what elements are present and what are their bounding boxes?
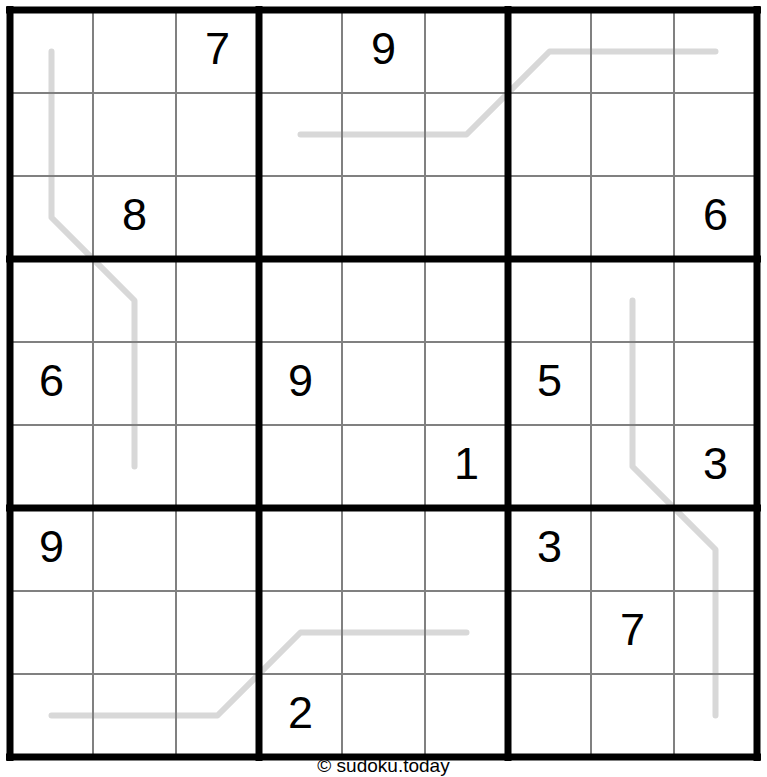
cell-r4c5[interactable]: [342, 259, 425, 342]
cell-r4c2[interactable]: [93, 259, 176, 342]
cell-r1c2[interactable]: [93, 10, 176, 93]
cell-r4c3[interactable]: [176, 259, 259, 342]
copyright-footer: © sudoku.today: [0, 755, 767, 777]
cell-r5c8[interactable]: [591, 342, 674, 425]
cell-r9c7[interactable]: [508, 674, 591, 757]
cell-r9c6[interactable]: [425, 674, 508, 757]
cell-r7c8[interactable]: [591, 508, 674, 591]
cell-r6c5[interactable]: [342, 425, 425, 508]
cell-r9c1[interactable]: [10, 674, 93, 757]
cell-r7c6[interactable]: [425, 508, 508, 591]
sudoku-board: 7986695139372: [0, 0, 767, 762]
cell-r3c4[interactable]: [259, 176, 342, 259]
given-digit: 6: [39, 358, 64, 403]
cell-r9c5[interactable]: [342, 674, 425, 757]
given-digit: 9: [288, 358, 313, 403]
cell-r3c9[interactable]: 6: [674, 176, 757, 259]
cell-r3c6[interactable]: [425, 176, 508, 259]
cell-r1c4[interactable]: [259, 10, 342, 93]
cell-r2c5[interactable]: [342, 93, 425, 176]
cell-r2c9[interactable]: [674, 93, 757, 176]
cell-r8c4[interactable]: [259, 591, 342, 674]
cell-r9c4[interactable]: 2: [259, 674, 342, 757]
cell-r3c7[interactable]: [508, 176, 591, 259]
cell-r6c3[interactable]: [176, 425, 259, 508]
cell-r3c5[interactable]: [342, 176, 425, 259]
cell-r3c8[interactable]: [591, 176, 674, 259]
cell-r9c3[interactable]: [176, 674, 259, 757]
cell-r5c5[interactable]: [342, 342, 425, 425]
cell-r5c3[interactable]: [176, 342, 259, 425]
sudoku-grid: 7986695139372: [10, 10, 757, 757]
cell-r1c7[interactable]: [508, 10, 591, 93]
cell-r2c6[interactable]: [425, 93, 508, 176]
cell-r4c4[interactable]: [259, 259, 342, 342]
given-digit: 5: [537, 358, 562, 403]
cell-r2c8[interactable]: [591, 93, 674, 176]
cell-r7c1[interactable]: 9: [10, 508, 93, 591]
cell-r5c1[interactable]: 6: [10, 342, 93, 425]
given-digit: 7: [620, 607, 645, 652]
cell-r5c9[interactable]: [674, 342, 757, 425]
cell-r1c6[interactable]: [425, 10, 508, 93]
cell-r3c2[interactable]: 8: [93, 176, 176, 259]
cell-r8c5[interactable]: [342, 591, 425, 674]
given-digit: 3: [703, 441, 728, 486]
cell-r2c7[interactable]: [508, 93, 591, 176]
cell-r2c1[interactable]: [10, 93, 93, 176]
cell-r8c9[interactable]: [674, 591, 757, 674]
cell-r4c6[interactable]: [425, 259, 508, 342]
cell-r4c8[interactable]: [591, 259, 674, 342]
cell-r9c2[interactable]: [93, 674, 176, 757]
given-digit: 9: [371, 26, 396, 71]
cell-r8c7[interactable]: [508, 591, 591, 674]
cell-r8c1[interactable]: [10, 591, 93, 674]
cell-r9c8[interactable]: [591, 674, 674, 757]
given-digit: 3: [537, 524, 562, 569]
given-digit: 1: [454, 441, 479, 486]
cell-r6c9[interactable]: 3: [674, 425, 757, 508]
cell-r4c9[interactable]: [674, 259, 757, 342]
cell-r8c3[interactable]: [176, 591, 259, 674]
cell-r5c2[interactable]: [93, 342, 176, 425]
cell-r7c2[interactable]: [93, 508, 176, 591]
cell-r6c4[interactable]: [259, 425, 342, 508]
sudoku-puzzle-page: 7986695139372 © sudoku.today: [0, 0, 767, 777]
given-digit: 6: [703, 192, 728, 237]
cell-r2c3[interactable]: [176, 93, 259, 176]
cell-r5c4[interactable]: 9: [259, 342, 342, 425]
cell-r8c2[interactable]: [93, 591, 176, 674]
cell-r7c7[interactable]: 3: [508, 508, 591, 591]
cell-r1c9[interactable]: [674, 10, 757, 93]
cell-r2c2[interactable]: [93, 93, 176, 176]
cell-r5c7[interactable]: 5: [508, 342, 591, 425]
cell-r8c6[interactable]: [425, 591, 508, 674]
cell-r6c6[interactable]: 1: [425, 425, 508, 508]
cell-r3c3[interactable]: [176, 176, 259, 259]
cell-r4c7[interactable]: [508, 259, 591, 342]
cell-r1c1[interactable]: [10, 10, 93, 93]
given-digit: 8: [122, 192, 147, 237]
cell-r6c8[interactable]: [591, 425, 674, 508]
cell-r5c6[interactable]: [425, 342, 508, 425]
cell-r6c7[interactable]: [508, 425, 591, 508]
given-digit: 2: [288, 690, 313, 735]
cell-r1c5[interactable]: 9: [342, 10, 425, 93]
cell-r9c9[interactable]: [674, 674, 757, 757]
cell-r6c1[interactable]: [10, 425, 93, 508]
cell-r7c9[interactable]: [674, 508, 757, 591]
given-digit: 9: [39, 524, 64, 569]
cell-r1c8[interactable]: [591, 10, 674, 93]
cell-r3c1[interactable]: [10, 176, 93, 259]
cell-r7c4[interactable]: [259, 508, 342, 591]
cell-r8c8[interactable]: 7: [591, 591, 674, 674]
cell-r7c5[interactable]: [342, 508, 425, 591]
cell-r4c1[interactable]: [10, 259, 93, 342]
cell-r7c3[interactable]: [176, 508, 259, 591]
given-digit: 7: [205, 26, 230, 71]
cell-r1c3[interactable]: 7: [176, 10, 259, 93]
cell-r2c4[interactable]: [259, 93, 342, 176]
cell-r6c2[interactable]: [93, 425, 176, 508]
